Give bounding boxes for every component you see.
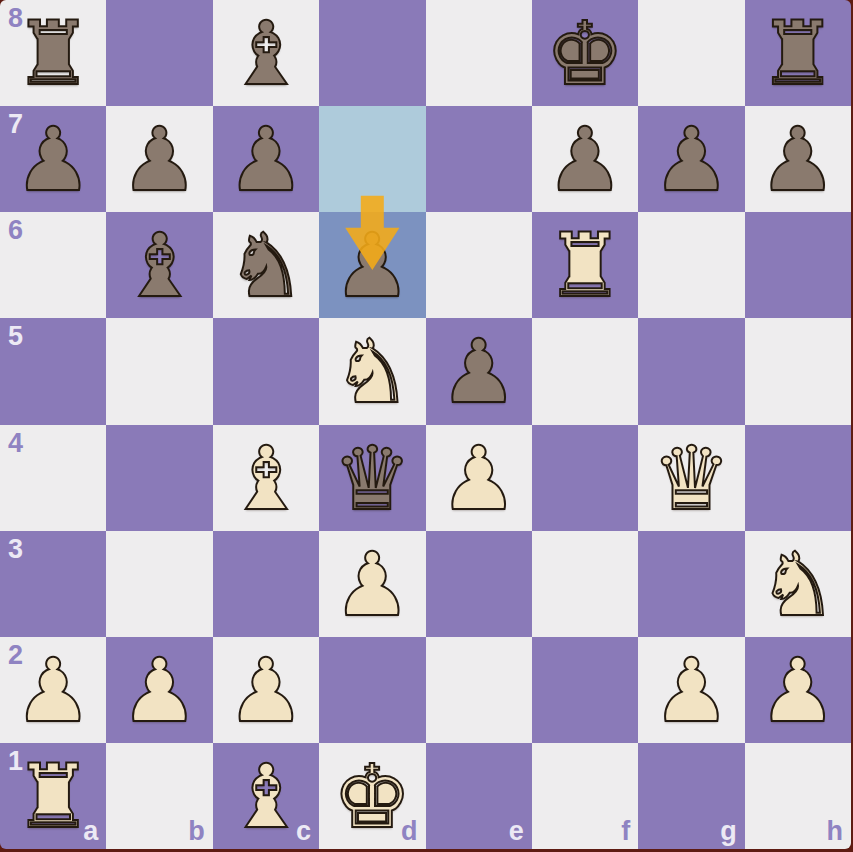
square-d1[interactable]: ♚d — [319, 743, 425, 849]
white-pawn-piece[interactable]: ♟ — [319, 532, 425, 638]
black-pawn-piece[interactable]: ♟ — [319, 213, 425, 319]
square-b4[interactable] — [106, 425, 212, 531]
square-h5[interactable] — [745, 318, 851, 424]
white-pawn-piece[interactable]: ♟ — [426, 426, 532, 532]
black-knight-piece[interactable]: ♞ — [213, 213, 319, 319]
square-f3[interactable] — [532, 531, 638, 637]
black-pawn-piece[interactable]: ♟ — [213, 107, 319, 213]
square-f1[interactable]: f — [532, 743, 638, 849]
black-queen-piece[interactable]: ♛ — [319, 426, 425, 532]
square-b1[interactable]: b — [106, 743, 212, 849]
square-g6[interactable] — [638, 212, 744, 318]
highlight-d7 — [319, 106, 425, 212]
white-rook-piece[interactable]: ♜ — [532, 213, 638, 319]
square-b7[interactable]: ♟ — [106, 106, 212, 212]
file-label-d: d — [401, 816, 418, 847]
square-e7[interactable] — [426, 106, 532, 212]
square-d6[interactable]: ♟ — [319, 212, 425, 318]
white-pawn-piece[interactable]: ♟ — [745, 638, 851, 744]
black-king-piece[interactable]: ♚ — [532, 1, 638, 107]
square-c2[interactable]: ♟ — [213, 637, 319, 743]
black-pawn-piece[interactable]: ♟ — [532, 107, 638, 213]
square-a2[interactable]: ♟2 — [0, 637, 106, 743]
square-g7[interactable]: ♟ — [638, 106, 744, 212]
square-c8[interactable]: ♝ — [213, 0, 319, 106]
square-c6[interactable]: ♞ — [213, 212, 319, 318]
black-pawn-piece[interactable]: ♟ — [106, 107, 212, 213]
square-c3[interactable] — [213, 531, 319, 637]
square-e6[interactable] — [426, 212, 532, 318]
square-b2[interactable]: ♟ — [106, 637, 212, 743]
chess-board: ♜8♝♚♜♟7♟♟♟♟♟6♝♞♟♜5♞♟4♝♛♟♛3♟♞♟2♟♟♟♟♜1ab♝c… — [0, 0, 851, 849]
file-label-e: e — [509, 816, 524, 847]
square-g8[interactable] — [638, 0, 744, 106]
rank-label-8: 8 — [8, 3, 23, 34]
square-d7[interactable] — [319, 106, 425, 212]
rank-label-1: 1 — [8, 746, 23, 777]
square-d2[interactable] — [319, 637, 425, 743]
square-a8[interactable]: ♜8 — [0, 0, 106, 106]
square-d5[interactable]: ♞ — [319, 318, 425, 424]
white-bishop-piece[interactable]: ♝ — [213, 426, 319, 532]
square-g1[interactable]: g — [638, 743, 744, 849]
square-e4[interactable]: ♟ — [426, 425, 532, 531]
square-h4[interactable] — [745, 425, 851, 531]
black-pawn-piece[interactable]: ♟ — [638, 107, 744, 213]
white-knight-piece[interactable]: ♞ — [319, 319, 425, 425]
square-d3[interactable]: ♟ — [319, 531, 425, 637]
square-g4[interactable]: ♛ — [638, 425, 744, 531]
square-h6[interactable] — [745, 212, 851, 318]
square-b5[interactable] — [106, 318, 212, 424]
rank-label-2: 2 — [8, 640, 23, 671]
file-label-f: f — [621, 816, 630, 847]
chess-app-window: ♜8♝♚♜♟7♟♟♟♟♟6♝♞♟♜5♞♟4♝♛♟♛3♟♞♟2♟♟♟♟♜1ab♝c… — [0, 0, 853, 852]
square-c4[interactable]: ♝ — [213, 425, 319, 531]
square-e5[interactable]: ♟ — [426, 318, 532, 424]
file-label-g: g — [720, 816, 737, 847]
square-h8[interactable]: ♜ — [745, 0, 851, 106]
square-a6[interactable]: 6 — [0, 212, 106, 318]
rank-label-6: 6 — [8, 215, 23, 246]
black-bishop-piece[interactable]: ♝ — [106, 213, 212, 319]
rank-label-3: 3 — [8, 534, 23, 565]
rank-label-4: 4 — [8, 428, 23, 459]
square-c1[interactable]: ♝c — [213, 743, 319, 849]
white-pawn-piece[interactable]: ♟ — [638, 638, 744, 744]
square-g3[interactable] — [638, 531, 744, 637]
square-d8[interactable] — [319, 0, 425, 106]
square-e8[interactable] — [426, 0, 532, 106]
square-g2[interactable]: ♟ — [638, 637, 744, 743]
black-pawn-piece[interactable]: ♟ — [426, 319, 532, 425]
white-knight-piece[interactable]: ♞ — [745, 532, 851, 638]
rank-label-7: 7 — [8, 109, 23, 140]
square-a7[interactable]: ♟7 — [0, 106, 106, 212]
file-label-c: c — [296, 816, 311, 847]
square-f8[interactable]: ♚ — [532, 0, 638, 106]
square-f6[interactable]: ♜ — [532, 212, 638, 318]
square-g5[interactable] — [638, 318, 744, 424]
black-pawn-piece[interactable]: ♟ — [745, 107, 851, 213]
square-a4[interactable]: 4 — [0, 425, 106, 531]
square-a1[interactable]: ♜1a — [0, 743, 106, 849]
file-label-a: a — [83, 816, 98, 847]
black-rook-piece[interactable]: ♜ — [745, 1, 851, 107]
square-a3[interactable]: 3 — [0, 531, 106, 637]
rank-label-5: 5 — [8, 321, 23, 352]
square-f5[interactable] — [532, 318, 638, 424]
square-h3[interactable]: ♞ — [745, 531, 851, 637]
file-label-b: b — [188, 816, 205, 847]
square-a5[interactable]: 5 — [0, 318, 106, 424]
black-bishop-piece[interactable]: ♝ — [213, 1, 319, 107]
square-f7[interactable]: ♟ — [532, 106, 638, 212]
square-h7[interactable]: ♟ — [745, 106, 851, 212]
square-h1[interactable]: h — [745, 743, 851, 849]
square-b6[interactable]: ♝ — [106, 212, 212, 318]
square-h2[interactable]: ♟ — [745, 637, 851, 743]
square-e1[interactable]: e — [426, 743, 532, 849]
square-f4[interactable] — [532, 425, 638, 531]
square-b8[interactable] — [106, 0, 212, 106]
white-pawn-piece[interactable]: ♟ — [106, 638, 212, 744]
white-queen-piece[interactable]: ♛ — [638, 426, 744, 532]
square-d4[interactable]: ♛ — [319, 425, 425, 531]
square-f2[interactable] — [532, 637, 638, 743]
square-e3[interactable] — [426, 531, 532, 637]
square-b3[interactable] — [106, 531, 212, 637]
square-c5[interactable] — [213, 318, 319, 424]
file-label-h: h — [827, 816, 844, 847]
white-pawn-piece[interactable]: ♟ — [213, 638, 319, 744]
square-e2[interactable] — [426, 637, 532, 743]
square-c7[interactable]: ♟ — [213, 106, 319, 212]
